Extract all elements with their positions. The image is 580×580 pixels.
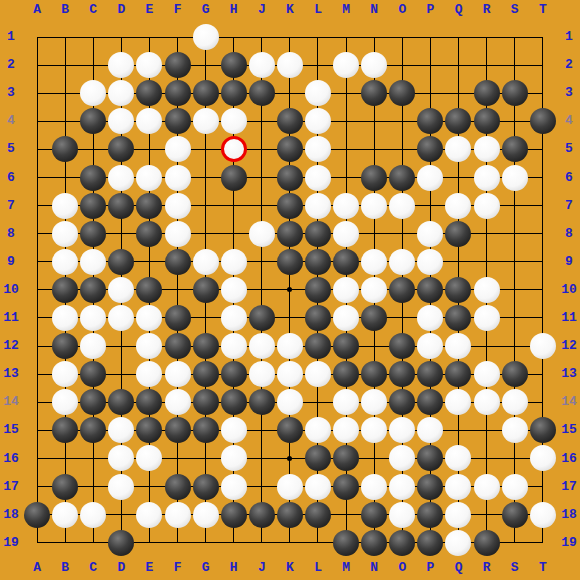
intersection-O14[interactable] <box>388 388 416 416</box>
intersection-D12[interactable] <box>107 332 135 360</box>
intersection-S8[interactable] <box>501 220 529 248</box>
intersection-M4[interactable] <box>332 107 360 135</box>
intersection-C3[interactable] <box>79 79 107 107</box>
intersection-T14[interactable] <box>529 388 557 416</box>
intersection-P15[interactable] <box>416 416 444 444</box>
intersection-B13[interactable] <box>51 360 79 388</box>
intersection-O9[interactable] <box>388 248 416 276</box>
intersection-Q4[interactable] <box>444 107 472 135</box>
intersection-B14[interactable] <box>51 388 79 416</box>
intersection-P2[interactable] <box>416 51 444 79</box>
intersection-B3[interactable] <box>51 79 79 107</box>
intersection-L5[interactable] <box>304 135 332 163</box>
intersection-E16[interactable] <box>135 444 163 472</box>
intersection-L18[interactable] <box>304 501 332 529</box>
intersection-T2[interactable] <box>529 51 557 79</box>
intersection-O4[interactable] <box>388 107 416 135</box>
intersection-R2[interactable] <box>473 51 501 79</box>
intersection-A18[interactable] <box>23 501 51 529</box>
intersection-K15[interactable] <box>276 416 304 444</box>
intersection-J9[interactable] <box>248 248 276 276</box>
intersection-H10[interactable] <box>220 276 248 304</box>
intersection-F17[interactable] <box>163 473 191 501</box>
intersection-B1[interactable] <box>51 23 79 51</box>
intersection-E5[interactable] <box>135 135 163 163</box>
intersection-C2[interactable] <box>79 51 107 79</box>
intersection-R12[interactable] <box>473 332 501 360</box>
intersection-M16[interactable] <box>332 444 360 472</box>
intersection-Q7[interactable] <box>444 192 472 220</box>
intersection-M3[interactable] <box>332 79 360 107</box>
intersection-G19[interactable] <box>192 529 220 557</box>
intersection-H16[interactable] <box>220 444 248 472</box>
intersection-H13[interactable] <box>220 360 248 388</box>
intersection-D16[interactable] <box>107 444 135 472</box>
intersection-K9[interactable] <box>276 248 304 276</box>
intersection-B18[interactable] <box>51 501 79 529</box>
intersection-M15[interactable] <box>332 416 360 444</box>
intersection-G11[interactable] <box>192 304 220 332</box>
intersection-T10[interactable] <box>529 276 557 304</box>
intersection-O18[interactable] <box>388 501 416 529</box>
intersection-H9[interactable] <box>220 248 248 276</box>
intersection-S16[interactable] <box>501 444 529 472</box>
intersection-D15[interactable] <box>107 416 135 444</box>
intersection-A5[interactable] <box>23 135 51 163</box>
intersection-N17[interactable] <box>360 473 388 501</box>
intersection-E3[interactable] <box>135 79 163 107</box>
intersection-A14[interactable] <box>23 388 51 416</box>
intersection-A4[interactable] <box>23 107 51 135</box>
intersection-D2[interactable] <box>107 51 135 79</box>
intersection-A15[interactable] <box>23 416 51 444</box>
intersection-F3[interactable] <box>163 79 191 107</box>
intersection-J1[interactable] <box>248 23 276 51</box>
intersection-P5[interactable] <box>416 135 444 163</box>
intersection-G13[interactable] <box>192 360 220 388</box>
intersection-J19[interactable] <box>248 529 276 557</box>
intersection-E2[interactable] <box>135 51 163 79</box>
intersection-A10[interactable] <box>23 276 51 304</box>
intersection-M5[interactable] <box>332 135 360 163</box>
intersection-J17[interactable] <box>248 473 276 501</box>
intersection-R16[interactable] <box>473 444 501 472</box>
intersection-H11[interactable] <box>220 304 248 332</box>
intersection-B2[interactable] <box>51 51 79 79</box>
intersection-B5[interactable] <box>51 135 79 163</box>
intersection-C17[interactable] <box>79 473 107 501</box>
intersection-S11[interactable] <box>501 304 529 332</box>
intersection-O17[interactable] <box>388 473 416 501</box>
intersection-J12[interactable] <box>248 332 276 360</box>
intersection-O1[interactable] <box>388 23 416 51</box>
intersection-Q17[interactable] <box>444 473 472 501</box>
intersection-T11[interactable] <box>529 304 557 332</box>
intersection-P1[interactable] <box>416 23 444 51</box>
intersection-K1[interactable] <box>276 23 304 51</box>
intersection-J16[interactable] <box>248 444 276 472</box>
intersection-Q2[interactable] <box>444 51 472 79</box>
intersection-T19[interactable] <box>529 529 557 557</box>
intersection-B6[interactable] <box>51 163 79 191</box>
intersection-N19[interactable] <box>360 529 388 557</box>
intersection-F14[interactable] <box>163 388 191 416</box>
intersection-E17[interactable] <box>135 473 163 501</box>
intersection-K18[interactable] <box>276 501 304 529</box>
intersection-F13[interactable] <box>163 360 191 388</box>
intersection-J15[interactable] <box>248 416 276 444</box>
intersection-R11[interactable] <box>473 304 501 332</box>
intersection-R3[interactable] <box>473 79 501 107</box>
intersection-D1[interactable] <box>107 23 135 51</box>
intersection-O11[interactable] <box>388 304 416 332</box>
intersection-S13[interactable] <box>501 360 529 388</box>
intersection-G14[interactable] <box>192 388 220 416</box>
intersection-S14[interactable] <box>501 388 529 416</box>
intersection-E13[interactable] <box>135 360 163 388</box>
intersection-R6[interactable] <box>473 163 501 191</box>
intersection-S1[interactable] <box>501 23 529 51</box>
intersection-K19[interactable] <box>276 529 304 557</box>
intersection-P16[interactable] <box>416 444 444 472</box>
intersection-N12[interactable] <box>360 332 388 360</box>
intersection-H17[interactable] <box>220 473 248 501</box>
intersection-Q1[interactable] <box>444 23 472 51</box>
intersection-P17[interactable] <box>416 473 444 501</box>
intersection-B8[interactable] <box>51 220 79 248</box>
intersection-D9[interactable] <box>107 248 135 276</box>
intersection-B12[interactable] <box>51 332 79 360</box>
intersection-J14[interactable] <box>248 388 276 416</box>
intersection-R1[interactable] <box>473 23 501 51</box>
intersection-E11[interactable] <box>135 304 163 332</box>
intersection-A17[interactable] <box>23 473 51 501</box>
intersection-M10[interactable] <box>332 276 360 304</box>
intersection-T8[interactable] <box>529 220 557 248</box>
intersection-J18[interactable] <box>248 501 276 529</box>
intersection-T16[interactable] <box>529 444 557 472</box>
intersection-Q10[interactable] <box>444 276 472 304</box>
intersection-G18[interactable] <box>192 501 220 529</box>
intersection-P18[interactable] <box>416 501 444 529</box>
intersection-Q11[interactable] <box>444 304 472 332</box>
intersection-F15[interactable] <box>163 416 191 444</box>
intersection-F19[interactable] <box>163 529 191 557</box>
intersection-D3[interactable] <box>107 79 135 107</box>
intersection-A9[interactable] <box>23 248 51 276</box>
intersection-G1[interactable] <box>192 23 220 51</box>
intersection-C5[interactable] <box>79 135 107 163</box>
intersection-T6[interactable] <box>529 163 557 191</box>
intersection-D4[interactable] <box>107 107 135 135</box>
intersection-K3[interactable] <box>276 79 304 107</box>
intersection-J4[interactable] <box>248 107 276 135</box>
intersection-A19[interactable] <box>23 529 51 557</box>
intersection-B11[interactable] <box>51 304 79 332</box>
intersection-D8[interactable] <box>107 220 135 248</box>
intersection-N3[interactable] <box>360 79 388 107</box>
intersection-B4[interactable] <box>51 107 79 135</box>
intersection-M6[interactable] <box>332 163 360 191</box>
intersection-P12[interactable] <box>416 332 444 360</box>
intersection-C13[interactable] <box>79 360 107 388</box>
intersection-F2[interactable] <box>163 51 191 79</box>
intersection-K11[interactable] <box>276 304 304 332</box>
intersection-L6[interactable] <box>304 163 332 191</box>
intersection-R9[interactable] <box>473 248 501 276</box>
intersection-H6[interactable] <box>220 163 248 191</box>
intersection-N14[interactable] <box>360 388 388 416</box>
intersection-E12[interactable] <box>135 332 163 360</box>
intersection-J10[interactable] <box>248 276 276 304</box>
intersection-N1[interactable] <box>360 23 388 51</box>
intersection-J5[interactable] <box>248 135 276 163</box>
intersection-B7[interactable] <box>51 192 79 220</box>
intersection-O2[interactable] <box>388 51 416 79</box>
intersection-K4[interactable] <box>276 107 304 135</box>
intersection-O13[interactable] <box>388 360 416 388</box>
intersection-H1[interactable] <box>220 23 248 51</box>
intersection-Q19[interactable] <box>444 529 472 557</box>
intersection-B9[interactable] <box>51 248 79 276</box>
intersection-J3[interactable] <box>248 79 276 107</box>
intersection-T1[interactable] <box>529 23 557 51</box>
intersection-C4[interactable] <box>79 107 107 135</box>
intersection-R14[interactable] <box>473 388 501 416</box>
intersection-O8[interactable] <box>388 220 416 248</box>
intersection-G16[interactable] <box>192 444 220 472</box>
intersection-G9[interactable] <box>192 248 220 276</box>
intersection-R10[interactable] <box>473 276 501 304</box>
intersection-T17[interactable] <box>529 473 557 501</box>
intersection-R15[interactable] <box>473 416 501 444</box>
intersection-S19[interactable] <box>501 529 529 557</box>
intersection-D13[interactable] <box>107 360 135 388</box>
intersection-N5[interactable] <box>360 135 388 163</box>
intersection-B19[interactable] <box>51 529 79 557</box>
intersection-A7[interactable] <box>23 192 51 220</box>
intersection-P19[interactable] <box>416 529 444 557</box>
intersection-R17[interactable] <box>473 473 501 501</box>
intersection-T15[interactable] <box>529 416 557 444</box>
intersection-S9[interactable] <box>501 248 529 276</box>
intersection-O5[interactable] <box>388 135 416 163</box>
intersection-P10[interactable] <box>416 276 444 304</box>
intersection-T12[interactable] <box>529 332 557 360</box>
intersection-G4[interactable] <box>192 107 220 135</box>
intersection-R5[interactable] <box>473 135 501 163</box>
intersection-H12[interactable] <box>220 332 248 360</box>
intersection-M12[interactable] <box>332 332 360 360</box>
intersection-M14[interactable] <box>332 388 360 416</box>
intersection-C9[interactable] <box>79 248 107 276</box>
intersection-B15[interactable] <box>51 416 79 444</box>
intersection-G8[interactable] <box>192 220 220 248</box>
intersection-Q6[interactable] <box>444 163 472 191</box>
intersection-C1[interactable] <box>79 23 107 51</box>
intersection-J13[interactable] <box>248 360 276 388</box>
intersection-L2[interactable] <box>304 51 332 79</box>
intersection-S4[interactable] <box>501 107 529 135</box>
intersection-H2[interactable] <box>220 51 248 79</box>
intersection-F7[interactable] <box>163 192 191 220</box>
intersection-N18[interactable] <box>360 501 388 529</box>
intersection-C19[interactable] <box>79 529 107 557</box>
intersection-K8[interactable] <box>276 220 304 248</box>
intersection-L14[interactable] <box>304 388 332 416</box>
intersection-O3[interactable] <box>388 79 416 107</box>
intersection-N6[interactable] <box>360 163 388 191</box>
intersection-H14[interactable] <box>220 388 248 416</box>
intersection-K17[interactable] <box>276 473 304 501</box>
intersection-A16[interactable] <box>23 444 51 472</box>
intersection-F10[interactable] <box>163 276 191 304</box>
intersection-C16[interactable] <box>79 444 107 472</box>
intersection-Q15[interactable] <box>444 416 472 444</box>
intersection-D19[interactable] <box>107 529 135 557</box>
intersection-H7[interactable] <box>220 192 248 220</box>
intersection-P14[interactable] <box>416 388 444 416</box>
intersection-S3[interactable] <box>501 79 529 107</box>
intersection-S10[interactable] <box>501 276 529 304</box>
intersection-N10[interactable] <box>360 276 388 304</box>
intersection-P3[interactable] <box>416 79 444 107</box>
intersection-C11[interactable] <box>79 304 107 332</box>
intersection-K12[interactable] <box>276 332 304 360</box>
intersection-L16[interactable] <box>304 444 332 472</box>
intersection-G5[interactable] <box>192 135 220 163</box>
intersection-N2[interactable] <box>360 51 388 79</box>
intersection-D7[interactable] <box>107 192 135 220</box>
intersection-O12[interactable] <box>388 332 416 360</box>
intersection-N4[interactable] <box>360 107 388 135</box>
intersection-M9[interactable] <box>332 248 360 276</box>
intersection-J8[interactable] <box>248 220 276 248</box>
intersection-L9[interactable] <box>304 248 332 276</box>
intersection-P13[interactable] <box>416 360 444 388</box>
intersection-A6[interactable] <box>23 163 51 191</box>
intersection-E19[interactable] <box>135 529 163 557</box>
intersection-H8[interactable] <box>220 220 248 248</box>
intersection-A11[interactable] <box>23 304 51 332</box>
intersection-K13[interactable] <box>276 360 304 388</box>
intersection-S7[interactable] <box>501 192 529 220</box>
intersection-C15[interactable] <box>79 416 107 444</box>
intersection-K6[interactable] <box>276 163 304 191</box>
intersection-N16[interactable] <box>360 444 388 472</box>
intersection-Q14[interactable] <box>444 388 472 416</box>
intersection-O16[interactable] <box>388 444 416 472</box>
intersection-L13[interactable] <box>304 360 332 388</box>
intersection-M1[interactable] <box>332 23 360 51</box>
intersection-M2[interactable] <box>332 51 360 79</box>
intersection-C7[interactable] <box>79 192 107 220</box>
intersection-A8[interactable] <box>23 220 51 248</box>
intersection-R18[interactable] <box>473 501 501 529</box>
intersection-P4[interactable] <box>416 107 444 135</box>
intersection-F9[interactable] <box>163 248 191 276</box>
intersection-R8[interactable] <box>473 220 501 248</box>
intersection-S12[interactable] <box>501 332 529 360</box>
intersection-L15[interactable] <box>304 416 332 444</box>
intersection-E10[interactable] <box>135 276 163 304</box>
intersection-S6[interactable] <box>501 163 529 191</box>
intersection-M19[interactable] <box>332 529 360 557</box>
intersection-E14[interactable] <box>135 388 163 416</box>
intersection-Q3[interactable] <box>444 79 472 107</box>
intersection-H5[interactable] <box>220 135 248 163</box>
intersection-E18[interactable] <box>135 501 163 529</box>
intersection-F1[interactable] <box>163 23 191 51</box>
intersection-O15[interactable] <box>388 416 416 444</box>
intersection-H4[interactable] <box>220 107 248 135</box>
intersection-G17[interactable] <box>192 473 220 501</box>
intersection-T18[interactable] <box>529 501 557 529</box>
intersection-A3[interactable] <box>23 79 51 107</box>
intersection-L17[interactable] <box>304 473 332 501</box>
intersection-A2[interactable] <box>23 51 51 79</box>
intersection-Q16[interactable] <box>444 444 472 472</box>
intersection-L12[interactable] <box>304 332 332 360</box>
intersection-T5[interactable] <box>529 135 557 163</box>
intersection-M8[interactable] <box>332 220 360 248</box>
intersection-Q13[interactable] <box>444 360 472 388</box>
intersection-D18[interactable] <box>107 501 135 529</box>
intersection-S2[interactable] <box>501 51 529 79</box>
intersection-T7[interactable] <box>529 192 557 220</box>
intersection-G6[interactable] <box>192 163 220 191</box>
intersection-F11[interactable] <box>163 304 191 332</box>
intersection-R19[interactable] <box>473 529 501 557</box>
intersection-Q18[interactable] <box>444 501 472 529</box>
intersection-T4[interactable] <box>529 107 557 135</box>
intersection-K2[interactable] <box>276 51 304 79</box>
intersection-Q8[interactable] <box>444 220 472 248</box>
intersection-D11[interactable] <box>107 304 135 332</box>
intersection-N7[interactable] <box>360 192 388 220</box>
intersection-A13[interactable] <box>23 360 51 388</box>
intersection-B16[interactable] <box>51 444 79 472</box>
intersection-F5[interactable] <box>163 135 191 163</box>
intersection-M17[interactable] <box>332 473 360 501</box>
intersection-R13[interactable] <box>473 360 501 388</box>
intersection-P6[interactable] <box>416 163 444 191</box>
intersection-L4[interactable] <box>304 107 332 135</box>
intersection-G3[interactable] <box>192 79 220 107</box>
intersection-C10[interactable] <box>79 276 107 304</box>
intersection-C14[interactable] <box>79 388 107 416</box>
intersection-K14[interactable] <box>276 388 304 416</box>
intersection-S15[interactable] <box>501 416 529 444</box>
intersection-F4[interactable] <box>163 107 191 135</box>
intersection-E4[interactable] <box>135 107 163 135</box>
intersection-D17[interactable] <box>107 473 135 501</box>
intersection-C18[interactable] <box>79 501 107 529</box>
intersection-G10[interactable] <box>192 276 220 304</box>
intersection-N15[interactable] <box>360 416 388 444</box>
intersection-L7[interactable] <box>304 192 332 220</box>
intersection-Q12[interactable] <box>444 332 472 360</box>
intersection-R4[interactable] <box>473 107 501 135</box>
intersection-P8[interactable] <box>416 220 444 248</box>
intersection-C6[interactable] <box>79 163 107 191</box>
intersection-T3[interactable] <box>529 79 557 107</box>
intersection-Q9[interactable] <box>444 248 472 276</box>
intersection-S18[interactable] <box>501 501 529 529</box>
intersection-G2[interactable] <box>192 51 220 79</box>
intersection-J2[interactable] <box>248 51 276 79</box>
intersection-G12[interactable] <box>192 332 220 360</box>
